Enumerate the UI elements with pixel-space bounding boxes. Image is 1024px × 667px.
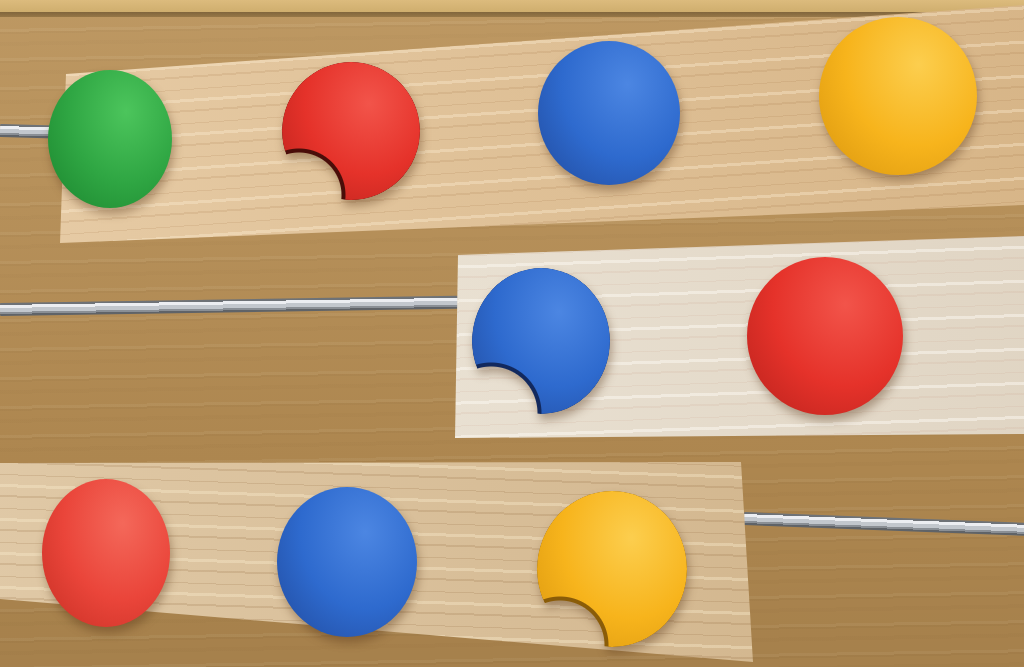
knob-green-top[interactable]: [48, 70, 172, 208]
knob-red-top[interactable]: [282, 62, 420, 200]
knob-face: [538, 41, 680, 185]
knob-red-middle[interactable]: [747, 257, 903, 415]
knob-yellow-top[interactable]: [819, 17, 977, 175]
scene: [0, 0, 1024, 667]
knob-face: [282, 62, 420, 200]
wall-top-plank-band: [0, 0, 1024, 12]
knob-blue-top[interactable]: [538, 41, 680, 185]
knob-blue-middle[interactable]: [472, 268, 610, 414]
knob-face: [48, 70, 172, 208]
knob-yellow-bottom[interactable]: [537, 491, 687, 647]
knob-face: [277, 487, 417, 637]
knob-blue-bottom[interactable]: [277, 487, 417, 637]
knob-face: [42, 479, 170, 627]
knob-red-bottom[interactable]: [42, 479, 170, 627]
knob-face: [747, 257, 903, 415]
knob-face: [819, 17, 977, 175]
knob-face: [537, 491, 687, 647]
knob-face: [472, 268, 610, 414]
